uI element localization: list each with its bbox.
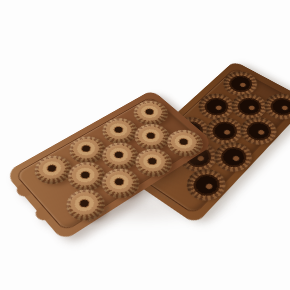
product-photo-stage: silikomart silikomart [0,0,290,290]
